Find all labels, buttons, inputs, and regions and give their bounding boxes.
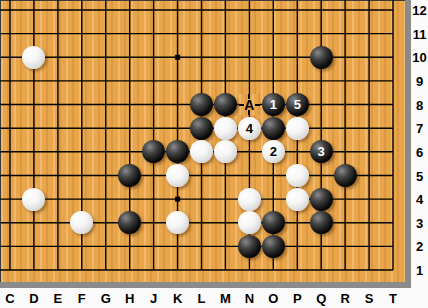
black-stone-Q4[interactable] [310,188,333,211]
row-label-2: 2 [416,239,423,254]
white-stone-P5[interactable] [286,164,309,187]
white-stone-O6[interactable]: 2 [262,140,285,163]
white-stone-D4[interactable] [22,188,45,211]
black-stone-L8[interactable] [190,93,213,116]
column-label-R: R [340,291,349,306]
column-label-G: G [101,291,111,306]
point-label-A-N8[interactable]: A [239,94,260,115]
column-label-D: D [29,291,38,306]
column-label-N: N [245,291,254,306]
column-label-K: K [173,291,182,306]
row-label-6: 6 [416,144,423,159]
column-label-P: P [293,291,302,306]
row-label-3: 3 [416,215,423,230]
column-label-J: J [150,291,157,306]
grid-dash [248,110,250,115]
column-label-Q: Q [316,291,326,306]
move-number-label: 4 [246,122,253,135]
black-stone-M8[interactable] [214,93,237,116]
black-stone-Q10[interactable] [310,46,333,69]
black-stone-O2[interactable] [262,235,285,258]
white-stone-K5[interactable] [166,164,189,187]
column-label-H: H [125,291,134,306]
grid-dash [248,94,250,99]
column-label-E: E [54,291,63,306]
column-label-S: S [365,291,374,306]
move-number-label: 1 [270,98,277,111]
row-label-11: 11 [413,26,427,41]
board-edge-strip-bottom [0,282,411,288]
white-stone-P7[interactable] [286,117,309,140]
black-stone-P8[interactable]: 5 [286,93,309,116]
board-edge-strip-right [405,0,411,288]
black-stone-R5[interactable] [334,164,357,187]
row-label-4: 4 [416,192,423,207]
black-stone-O7[interactable] [262,117,285,140]
white-stone-P4[interactable] [286,188,309,211]
black-stone-Q6[interactable]: 3 [310,140,333,163]
column-label-M: M [220,291,231,306]
move-number-label: 2 [270,145,277,158]
black-stone-N2[interactable] [238,235,261,258]
row-label-9: 9 [416,73,423,88]
black-stone-Q3[interactable] [310,211,333,234]
black-stone-O8[interactable]: 1 [262,93,285,116]
column-label-T: T [389,291,397,306]
grid-dash [239,104,244,106]
row-label-7: 7 [416,121,423,136]
column-label-L: L [198,291,206,306]
column-label-C: C [5,291,14,306]
row-label-12: 12 [412,3,426,18]
row-label-10: 10 [412,50,426,65]
white-stone-N3[interactable] [238,211,261,234]
black-stone-O3[interactable] [262,211,285,234]
white-stone-N4[interactable] [238,188,261,211]
row-label-5: 5 [416,168,423,183]
move-number-label: 3 [318,145,325,158]
row-label-1: 1 [416,263,423,278]
move-number-label: 5 [294,98,301,111]
row-label-8: 8 [416,97,423,112]
go-board-viewer: 15423 A CDEFGHJKLMNOPQRST 12111098765432… [0,0,428,308]
black-stone-L7[interactable] [190,117,213,140]
column-label-O: O [268,291,278,306]
white-stone-N7[interactable]: 4 [238,117,261,140]
grid-dash [255,104,260,106]
column-label-F: F [78,291,86,306]
white-stone-M7[interactable] [214,117,237,140]
